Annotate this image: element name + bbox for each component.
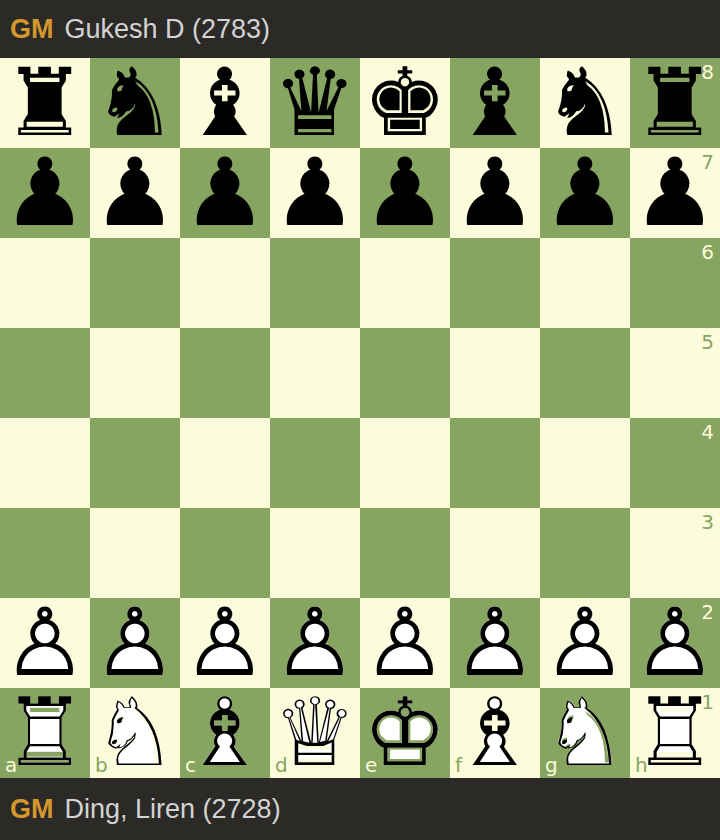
rank-label-6: 6 <box>701 242 714 262</box>
player-bar-bottom: GM Ding, Liren (2728) <box>0 778 720 840</box>
piece-fill: ♝ <box>450 58 540 148</box>
piece-outline: ♗ <box>180 688 270 778</box>
square-b4[interactable] <box>90 418 180 508</box>
piece-white-pawn[interactable]: ♟♙ <box>180 598 270 688</box>
square-a8[interactable]: ♜ <box>0 58 90 148</box>
piece-white-pawn[interactable]: ♟♙ <box>360 598 450 688</box>
piece-fill: ♟ <box>270 148 360 238</box>
square-e1[interactable]: ♚♔e <box>360 688 450 778</box>
square-g1[interactable]: ♞♘g <box>540 688 630 778</box>
piece-black-knight[interactable]: ♞ <box>540 58 630 148</box>
piece-outline: ♙ <box>540 598 630 688</box>
piece-black-pawn[interactable]: ♟ <box>90 148 180 238</box>
square-a1[interactable]: ♜♖a <box>0 688 90 778</box>
square-e6[interactable] <box>360 238 450 328</box>
piece-outline: ♖ <box>630 688 720 778</box>
chess-board: ♜♞♝♛♚♝♞♜8♟♟♟♟♟♟♟♟76543♟♙♟♙♟♙♟♙♟♙♟♙♟♙♟♙2♜… <box>0 58 720 778</box>
square-d1[interactable]: ♛♕d <box>270 688 360 778</box>
square-c8[interactable]: ♝ <box>180 58 270 148</box>
piece-fill: ♞ <box>90 58 180 148</box>
square-g6[interactable] <box>540 238 630 328</box>
piece-white-rook[interactable]: ♜♖ <box>630 688 720 778</box>
square-f3[interactable] <box>450 508 540 598</box>
piece-black-rook[interactable]: ♜ <box>0 58 90 148</box>
piece-black-pawn[interactable]: ♟ <box>630 148 720 238</box>
square-g4[interactable] <box>540 418 630 508</box>
square-e2[interactable]: ♟♙ <box>360 598 450 688</box>
square-c1[interactable]: ♝♗c <box>180 688 270 778</box>
square-c6[interactable] <box>180 238 270 328</box>
piece-fill: ♚ <box>360 58 450 148</box>
piece-fill: ♛ <box>270 58 360 148</box>
piece-black-bishop[interactable]: ♝ <box>180 58 270 148</box>
square-a5[interactable] <box>0 328 90 418</box>
square-d2[interactable]: ♟♙ <box>270 598 360 688</box>
piece-fill: ♝ <box>180 58 270 148</box>
piece-white-bishop[interactable]: ♝♗ <box>450 688 540 778</box>
piece-fill: ♟ <box>630 148 720 238</box>
piece-fill: ♟ <box>540 148 630 238</box>
piece-outline: ♙ <box>270 598 360 688</box>
piece-fill: ♞ <box>540 58 630 148</box>
player-title-bottom: GM <box>10 794 54 825</box>
square-g3[interactable] <box>540 508 630 598</box>
piece-fill: ♟ <box>90 148 180 238</box>
square-b6[interactable] <box>90 238 180 328</box>
square-b1[interactable]: ♞♘b <box>90 688 180 778</box>
piece-black-pawn[interactable]: ♟ <box>540 148 630 238</box>
piece-fill: ♟ <box>450 148 540 238</box>
player-name-top: Gukesh D (2783) <box>65 14 271 45</box>
square-a7[interactable]: ♟ <box>0 148 90 238</box>
square-e4[interactable] <box>360 418 450 508</box>
square-b7[interactable]: ♟ <box>90 148 180 238</box>
square-h2[interactable]: ♟♙2 <box>630 598 720 688</box>
square-c7[interactable]: ♟ <box>180 148 270 238</box>
square-h6[interactable]: 6 <box>630 238 720 328</box>
piece-white-pawn[interactable]: ♟♙ <box>540 598 630 688</box>
piece-outline: ♙ <box>360 598 450 688</box>
square-f7[interactable]: ♟ <box>450 148 540 238</box>
player-title-top: GM <box>10 14 54 45</box>
square-e5[interactable] <box>360 328 450 418</box>
square-f2[interactable]: ♟♙ <box>450 598 540 688</box>
rank-label-5: 5 <box>701 332 714 352</box>
rank-label-4: 4 <box>701 422 714 442</box>
square-b8[interactable]: ♞ <box>90 58 180 148</box>
piece-outline: ♘ <box>90 688 180 778</box>
square-g2[interactable]: ♟♙ <box>540 598 630 688</box>
piece-white-pawn[interactable]: ♟♙ <box>630 598 720 688</box>
square-d8[interactable]: ♛ <box>270 58 360 148</box>
piece-black-rook[interactable]: ♜ <box>630 58 720 148</box>
square-a3[interactable] <box>0 508 90 598</box>
rank-label-3: 3 <box>701 512 714 532</box>
piece-black-pawn[interactable]: ♟ <box>360 148 450 238</box>
square-c2[interactable]: ♟♙ <box>180 598 270 688</box>
piece-white-king[interactable]: ♚♔ <box>360 688 450 778</box>
square-c3[interactable] <box>180 508 270 598</box>
square-h5[interactable]: 5 <box>630 328 720 418</box>
square-d6[interactable] <box>270 238 360 328</box>
piece-outline: ♙ <box>180 598 270 688</box>
piece-black-knight[interactable]: ♞ <box>90 58 180 148</box>
square-b2[interactable]: ♟♙ <box>90 598 180 688</box>
square-a4[interactable] <box>0 418 90 508</box>
square-c5[interactable] <box>180 328 270 418</box>
piece-black-bishop[interactable]: ♝ <box>450 58 540 148</box>
square-h4[interactable]: 4 <box>630 418 720 508</box>
piece-white-queen[interactable]: ♛♕ <box>270 688 360 778</box>
piece-outline: ♙ <box>0 598 90 688</box>
piece-black-pawn[interactable]: ♟ <box>180 148 270 238</box>
piece-black-pawn[interactable]: ♟ <box>270 148 360 238</box>
piece-outline: ♕ <box>270 688 360 778</box>
piece-white-pawn[interactable]: ♟♙ <box>450 598 540 688</box>
square-f8[interactable]: ♝ <box>450 58 540 148</box>
piece-outline: ♗ <box>450 688 540 778</box>
piece-fill: ♟ <box>180 148 270 238</box>
piece-outline: ♙ <box>90 598 180 688</box>
square-b5[interactable] <box>90 328 180 418</box>
piece-white-rook[interactable]: ♜♖ <box>0 688 90 778</box>
square-e8[interactable]: ♚ <box>360 58 450 148</box>
square-h8[interactable]: ♜8 <box>630 58 720 148</box>
piece-outline: ♖ <box>0 688 90 778</box>
piece-black-king[interactable]: ♚ <box>360 58 450 148</box>
piece-black-queen[interactable]: ♛ <box>270 58 360 148</box>
piece-white-pawn[interactable]: ♟♙ <box>270 598 360 688</box>
piece-outline: ♙ <box>630 598 720 688</box>
square-g5[interactable] <box>540 328 630 418</box>
piece-white-bishop[interactable]: ♝♗ <box>180 688 270 778</box>
piece-outline: ♔ <box>360 688 450 778</box>
piece-black-pawn[interactable]: ♟ <box>450 148 540 238</box>
square-h1[interactable]: ♜♖1h <box>630 688 720 778</box>
square-a2[interactable]: ♟♙ <box>0 598 90 688</box>
square-c4[interactable] <box>180 418 270 508</box>
piece-white-pawn[interactable]: ♟♙ <box>90 598 180 688</box>
square-d3[interactable] <box>270 508 360 598</box>
piece-black-pawn[interactable]: ♟ <box>0 148 90 238</box>
piece-white-knight[interactable]: ♞♘ <box>90 688 180 778</box>
square-f4[interactable] <box>450 418 540 508</box>
square-d5[interactable] <box>270 328 360 418</box>
square-d7[interactable]: ♟ <box>270 148 360 238</box>
square-h3[interactable]: 3 <box>630 508 720 598</box>
square-b3[interactable] <box>90 508 180 598</box>
square-h7[interactable]: ♟7 <box>630 148 720 238</box>
square-f1[interactable]: ♝♗f <box>450 688 540 778</box>
piece-white-pawn[interactable]: ♟♙ <box>0 598 90 688</box>
square-g7[interactable]: ♟ <box>540 148 630 238</box>
piece-white-knight[interactable]: ♞♘ <box>540 688 630 778</box>
square-f5[interactable] <box>450 328 540 418</box>
piece-fill: ♟ <box>0 148 90 238</box>
square-e7[interactable]: ♟ <box>360 148 450 238</box>
player-name-bottom: Ding, Liren (2728) <box>65 794 281 825</box>
piece-outline: ♙ <box>450 598 540 688</box>
square-f6[interactable] <box>450 238 540 328</box>
chess-app: GM Gukesh D (2783) ♜♞♝♛♚♝♞♜8♟♟♟♟♟♟♟♟7654… <box>0 0 720 840</box>
piece-outline: ♘ <box>540 688 630 778</box>
piece-fill: ♜ <box>0 58 90 148</box>
piece-fill: ♟ <box>360 148 450 238</box>
square-g8[interactable]: ♞ <box>540 58 630 148</box>
square-e3[interactable] <box>360 508 450 598</box>
piece-fill: ♜ <box>630 58 720 148</box>
square-d4[interactable] <box>270 418 360 508</box>
square-a6[interactable] <box>0 238 90 328</box>
